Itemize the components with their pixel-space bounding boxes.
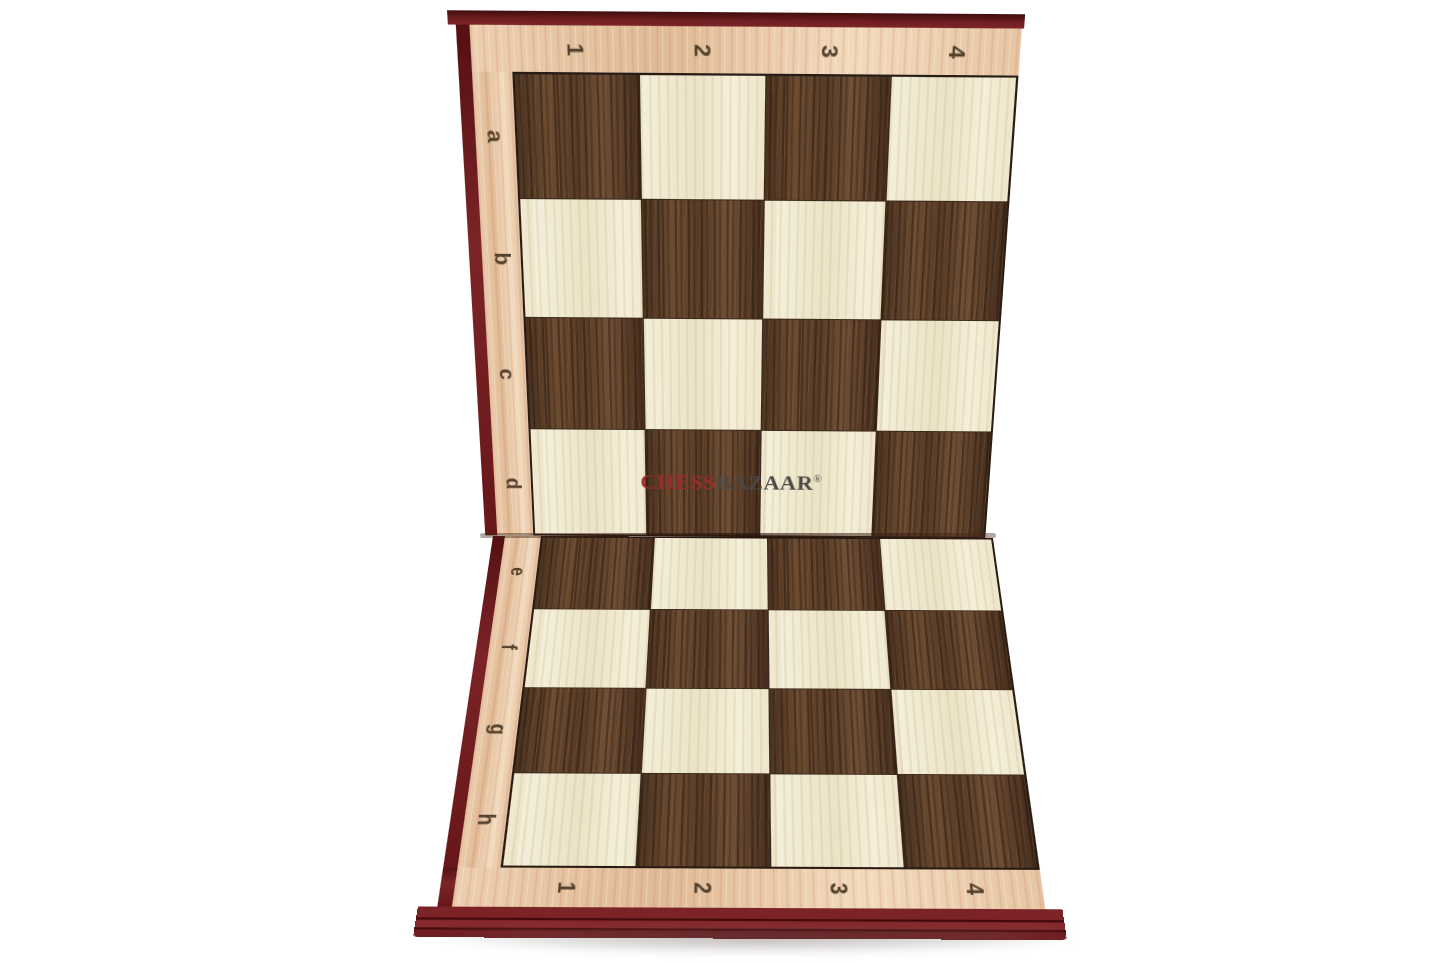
registered-trademark-symbol: ® <box>813 472 822 483</box>
product-photo: 1 2 3 4 a b c d <box>0 0 1445 963</box>
square-f4 <box>885 611 1012 689</box>
floor-shadow <box>445 929 1070 953</box>
square-h3 <box>770 774 904 867</box>
file-label-3-bottom: 3 <box>824 883 852 895</box>
file-label-2-top: 2 <box>689 43 715 56</box>
square-c3 <box>761 319 880 430</box>
file-label-3-top: 3 <box>816 44 842 57</box>
rank-label-e: e <box>506 567 531 576</box>
file-label-1-bottom: 1 <box>552 881 581 893</box>
file-labels-bottom: 1 2 3 4 <box>452 867 1045 909</box>
rank-label-d: d <box>501 477 525 489</box>
board-lower-half: e f g h <box>433 536 1050 940</box>
square-b3 <box>763 201 885 319</box>
square-a2 <box>640 75 765 200</box>
square-d1 <box>530 429 646 535</box>
rank-label-b: b <box>489 252 514 265</box>
brand-logo-bazaar: BAZAAR <box>716 470 814 494</box>
square-c4 <box>877 320 999 431</box>
square-f2 <box>647 610 768 688</box>
square-b2 <box>642 200 763 318</box>
rank-label-c: c <box>495 368 520 379</box>
file-label-2-bottom: 2 <box>688 882 716 894</box>
square-h4 <box>898 775 1038 868</box>
square-e1 <box>534 538 654 610</box>
square-e3 <box>767 539 884 611</box>
square-c1 <box>525 317 644 428</box>
square-g4 <box>891 689 1024 774</box>
square-b1 <box>520 199 643 317</box>
square-g1 <box>514 688 645 773</box>
square-g2 <box>642 688 769 773</box>
square-f1 <box>525 609 650 687</box>
board-upper-half-wrapper: 1 2 3 4 a b c d <box>485 35 988 538</box>
square-c2 <box>644 318 762 429</box>
square-e4 <box>880 539 1001 611</box>
file-label-4-top: 4 <box>943 45 970 58</box>
square-h2 <box>637 774 770 867</box>
fold-hinge-line <box>480 533 996 538</box>
square-a3 <box>764 76 890 201</box>
square-b4 <box>881 202 1007 320</box>
file-labels-top: 1 2 3 4 <box>469 25 1021 76</box>
lower-board-grid <box>500 536 1039 870</box>
brand-logo-chess: CHESS <box>640 470 716 494</box>
board-scene: 1 2 3 4 a b c d <box>0 0 1445 963</box>
square-a1 <box>515 74 642 199</box>
file-label-4-bottom: 4 <box>960 883 989 895</box>
square-h1 <box>503 773 641 866</box>
brand-logo: CHESSBAZAAR® <box>640 470 843 496</box>
square-g3 <box>769 689 896 774</box>
square-d4 <box>872 431 991 536</box>
rank-label-f: f <box>496 644 521 650</box>
board-upper-half: 1 2 3 4 a b c d <box>455 10 1023 538</box>
square-a4 <box>886 77 1016 202</box>
rank-label-g: g <box>484 724 511 735</box>
board-lower-half-wrapper: e f g h <box>491 536 993 963</box>
rank-label-h: h <box>471 813 499 825</box>
square-e2 <box>651 538 767 610</box>
square-f3 <box>768 611 890 689</box>
upper-board-grid <box>512 72 1018 539</box>
file-label-1-top: 1 <box>562 42 588 55</box>
rank-label-a: a <box>482 129 508 142</box>
